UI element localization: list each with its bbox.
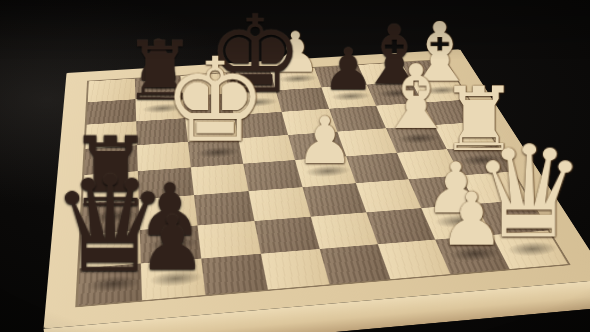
- square-h5[interactable]: [261, 249, 330, 290]
- chess-board: ♚♛♜♝♝♟♟♟♟♚♛♜♜♝♟♟♟♟: [44, 49, 590, 328]
- square-g5[interactable]: [254, 217, 319, 254]
- white-pawn-glyph: ♟: [391, 178, 551, 261]
- perspective-stage: ♚♛♜♝♝♟♟♟♟♚♛♜♜♝♟♟♟♟: [0, 0, 590, 332]
- black-queen-glyph: ♛: [27, 152, 194, 295]
- square-f5[interactable]: [249, 187, 311, 221]
- white-pawn-glyph: ♟: [254, 104, 396, 177]
- chess-photo-scene: ♚♛♜♝♝♟♟♟♟♚♛♜♜♝♟♟♟♟ 5r1q/pr4pp/3K4/1k6/P3…: [0, 0, 590, 332]
